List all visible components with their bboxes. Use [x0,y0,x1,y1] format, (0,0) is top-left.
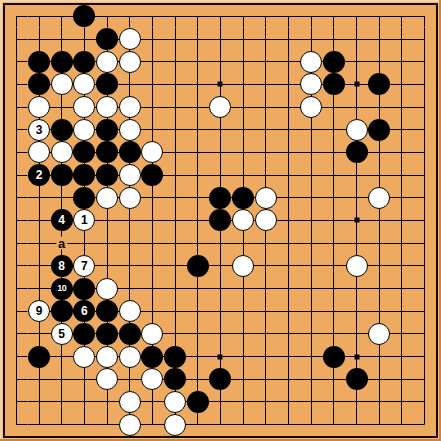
intersection[interactable] [5,277,28,300]
intersection[interactable] [73,5,96,28]
intersection[interactable] [28,277,51,300]
intersection[interactable] [50,391,73,414]
intersection[interactable] [186,413,209,436]
intersection[interactable] [277,164,300,187]
intersection[interactable] [232,164,255,187]
intersection[interactable] [164,5,187,28]
intersection[interactable] [368,164,391,187]
intersection[interactable] [164,413,187,436]
intersection[interactable] [300,73,323,96]
intersection[interactable] [391,96,414,119]
intersection[interactable] [345,186,368,209]
intersection[interactable] [164,232,187,255]
intersection[interactable] [391,277,414,300]
intersection[interactable] [255,73,278,96]
intersection[interactable] [255,413,278,436]
intersection[interactable] [232,50,255,73]
intersection[interactable] [255,141,278,164]
intersection[interactable] [323,164,346,187]
intersection[interactable] [96,255,119,278]
intersection[interactable] [323,141,346,164]
intersection[interactable] [413,5,436,28]
intersection[interactable] [413,209,436,232]
intersection[interactable] [391,232,414,255]
intersection[interactable] [96,232,119,255]
intersection[interactable] [345,300,368,323]
intersection[interactable] [141,118,164,141]
intersection[interactable] [345,118,368,141]
intersection[interactable] [28,323,51,346]
intersection[interactable] [5,28,28,51]
intersection[interactable] [209,73,232,96]
intersection[interactable] [232,413,255,436]
intersection[interactable] [277,141,300,164]
intersection[interactable] [164,345,187,368]
intersection[interactable] [368,73,391,96]
intersection[interactable] [345,209,368,232]
intersection[interactable] [368,300,391,323]
intersection[interactable] [73,164,96,187]
intersection[interactable] [28,186,51,209]
intersection[interactable] [164,73,187,96]
intersection[interactable] [368,118,391,141]
intersection[interactable] [141,5,164,28]
intersection[interactable] [232,73,255,96]
intersection[interactable] [28,50,51,73]
intersection[interactable] [186,96,209,119]
intersection[interactable] [345,255,368,278]
intersection[interactable] [164,96,187,119]
intersection[interactable] [345,391,368,414]
intersection[interactable] [255,232,278,255]
intersection[interactable] [300,118,323,141]
intersection[interactable] [118,277,141,300]
intersection[interactable] [391,413,414,436]
intersection[interactable] [50,300,73,323]
intersection[interactable] [345,345,368,368]
intersection[interactable] [50,28,73,51]
intersection[interactable] [368,50,391,73]
intersection[interactable] [118,118,141,141]
intersection[interactable] [73,118,96,141]
intersection[interactable] [391,50,414,73]
intersection[interactable] [345,141,368,164]
intersection[interactable] [277,232,300,255]
intersection[interactable] [413,164,436,187]
intersection[interactable] [73,73,96,96]
intersection[interactable] [28,345,51,368]
intersection[interactable] [277,300,300,323]
intersection[interactable] [323,232,346,255]
intersection[interactable]: 10 [50,277,73,300]
intersection[interactable] [391,255,414,278]
intersection[interactable] [73,186,96,209]
intersection[interactable] [209,323,232,346]
intersection[interactable] [209,232,232,255]
intersection[interactable] [73,323,96,346]
intersection[interactable] [255,209,278,232]
intersection[interactable] [255,277,278,300]
intersection[interactable] [413,50,436,73]
intersection[interactable] [96,164,119,187]
intersection[interactable] [96,277,119,300]
intersection[interactable] [5,232,28,255]
intersection[interactable] [232,391,255,414]
intersection[interactable] [323,96,346,119]
intersection[interactable] [277,391,300,414]
intersection[interactable] [50,96,73,119]
intersection[interactable] [209,5,232,28]
intersection[interactable] [391,323,414,346]
intersection[interactable] [50,345,73,368]
intersection[interactable] [232,118,255,141]
intersection[interactable] [323,391,346,414]
intersection[interactable] [368,277,391,300]
intersection[interactable] [255,323,278,346]
intersection[interactable] [5,413,28,436]
intersection[interactable] [209,368,232,391]
intersection[interactable] [96,96,119,119]
intersection[interactable] [277,50,300,73]
intersection[interactable] [141,413,164,436]
intersection[interactable]: 3 [28,118,51,141]
intersection[interactable] [300,141,323,164]
intersection[interactable] [73,28,96,51]
intersection[interactable] [164,164,187,187]
intersection[interactable] [277,277,300,300]
intersection[interactable] [323,118,346,141]
intersection[interactable] [345,96,368,119]
intersection[interactable] [96,413,119,436]
intersection[interactable] [209,413,232,436]
intersection[interactable] [300,255,323,278]
intersection[interactable] [255,345,278,368]
intersection[interactable] [255,300,278,323]
intersection[interactable] [413,186,436,209]
intersection[interactable] [300,368,323,391]
intersection[interactable] [164,255,187,278]
intersection[interactable] [73,345,96,368]
intersection[interactable] [186,186,209,209]
intersection[interactable] [323,209,346,232]
intersection[interactable] [118,209,141,232]
intersection[interactable] [255,164,278,187]
intersection[interactable] [73,413,96,436]
intersection[interactable] [141,300,164,323]
intersection[interactable] [164,118,187,141]
intersection[interactable] [73,50,96,73]
intersection[interactable] [323,323,346,346]
intersection[interactable] [28,28,51,51]
intersection[interactable] [391,391,414,414]
intersection[interactable]: a [50,232,73,255]
intersection[interactable] [413,96,436,119]
intersection[interactable] [323,368,346,391]
intersection[interactable] [345,5,368,28]
intersection[interactable] [232,300,255,323]
intersection[interactable] [209,186,232,209]
intersection[interactable] [209,141,232,164]
intersection[interactable] [5,186,28,209]
intersection[interactable] [5,209,28,232]
intersection[interactable] [368,391,391,414]
intersection[interactable] [96,50,119,73]
intersection[interactable] [5,391,28,414]
intersection[interactable] [232,255,255,278]
intersection[interactable] [323,277,346,300]
intersection[interactable] [164,50,187,73]
intersection[interactable] [413,277,436,300]
intersection[interactable] [28,5,51,28]
intersection[interactable] [255,255,278,278]
intersection[interactable] [141,73,164,96]
intersection[interactable] [164,277,187,300]
intersection[interactable] [5,118,28,141]
intersection[interactable] [255,50,278,73]
intersection[interactable] [323,186,346,209]
intersection[interactable] [232,345,255,368]
intersection[interactable] [345,28,368,51]
intersection[interactable] [141,368,164,391]
intersection[interactable] [141,232,164,255]
intersection[interactable] [277,255,300,278]
intersection[interactable] [300,164,323,187]
intersection[interactable] [118,141,141,164]
intersection[interactable] [186,164,209,187]
intersection[interactable] [368,28,391,51]
intersection[interactable] [28,255,51,278]
intersection[interactable] [391,300,414,323]
intersection[interactable] [323,345,346,368]
intersection[interactable] [368,5,391,28]
intersection[interactable] [255,5,278,28]
intersection[interactable] [413,391,436,414]
intersection[interactable] [141,164,164,187]
intersection[interactable] [368,255,391,278]
intersection[interactable] [277,368,300,391]
intersection[interactable] [96,300,119,323]
intersection[interactable] [209,345,232,368]
intersection[interactable] [50,413,73,436]
intersection[interactable] [232,186,255,209]
intersection[interactable] [28,368,51,391]
intersection[interactable] [300,277,323,300]
intersection[interactable] [186,300,209,323]
intersection[interactable] [50,5,73,28]
intersection[interactable] [28,141,51,164]
intersection[interactable] [118,232,141,255]
intersection[interactable] [391,164,414,187]
intersection[interactable] [73,368,96,391]
intersection[interactable] [186,345,209,368]
intersection[interactable] [28,96,51,119]
intersection[interactable] [186,368,209,391]
intersection[interactable] [118,186,141,209]
intersection[interactable]: 4 [50,209,73,232]
intersection[interactable] [164,141,187,164]
intersection[interactable] [141,323,164,346]
intersection[interactable] [232,96,255,119]
intersection[interactable] [413,28,436,51]
intersection[interactable] [300,413,323,436]
intersection[interactable] [28,391,51,414]
intersection[interactable] [391,186,414,209]
intersection[interactable] [300,96,323,119]
intersection[interactable] [345,323,368,346]
intersection[interactable] [141,255,164,278]
intersection[interactable] [118,413,141,436]
intersection[interactable] [277,345,300,368]
intersection[interactable] [300,186,323,209]
intersection[interactable] [50,141,73,164]
intersection[interactable] [232,368,255,391]
intersection[interactable] [28,232,51,255]
intersection[interactable] [232,5,255,28]
intersection[interactable] [73,96,96,119]
intersection[interactable] [164,186,187,209]
intersection[interactable] [73,141,96,164]
intersection[interactable] [368,323,391,346]
intersection[interactable] [96,118,119,141]
intersection[interactable] [413,118,436,141]
intersection[interactable] [141,50,164,73]
intersection[interactable] [164,323,187,346]
intersection[interactable] [368,368,391,391]
intersection[interactable] [300,5,323,28]
intersection[interactable] [96,73,119,96]
intersection[interactable] [368,96,391,119]
intersection[interactable] [141,96,164,119]
intersection[interactable] [277,186,300,209]
intersection[interactable] [118,28,141,51]
intersection[interactable] [413,323,436,346]
intersection[interactable] [255,28,278,51]
intersection[interactable] [209,391,232,414]
intersection[interactable] [141,186,164,209]
intersection[interactable] [186,118,209,141]
intersection[interactable] [141,277,164,300]
intersection[interactable] [5,368,28,391]
intersection[interactable] [164,300,187,323]
intersection[interactable] [391,73,414,96]
intersection[interactable] [413,232,436,255]
intersection[interactable] [368,345,391,368]
intersection[interactable] [73,391,96,414]
intersection[interactable] [345,413,368,436]
intersection[interactable] [96,345,119,368]
intersection[interactable]: 9 [28,300,51,323]
intersection[interactable] [232,28,255,51]
intersection[interactable] [323,73,346,96]
intersection[interactable] [96,5,119,28]
intersection[interactable] [118,323,141,346]
intersection[interactable] [232,323,255,346]
intersection[interactable] [368,186,391,209]
intersection[interactable] [5,73,28,96]
intersection[interactable] [5,141,28,164]
intersection[interactable] [50,368,73,391]
intersection[interactable]: 2 [28,164,51,187]
intersection[interactable] [209,255,232,278]
intersection[interactable] [5,164,28,187]
intersection[interactable] [413,141,436,164]
intersection[interactable] [232,232,255,255]
intersection[interactable] [209,28,232,51]
intersection[interactable] [5,5,28,28]
intersection[interactable] [391,5,414,28]
intersection[interactable] [164,28,187,51]
intersection[interactable] [96,209,119,232]
intersection[interactable] [5,255,28,278]
intersection[interactable] [186,209,209,232]
intersection[interactable] [118,368,141,391]
intersection[interactable] [413,345,436,368]
intersection[interactable] [232,209,255,232]
intersection[interactable] [141,391,164,414]
intersection[interactable] [186,255,209,278]
intersection[interactable] [141,345,164,368]
intersection[interactable] [186,50,209,73]
intersection[interactable] [28,413,51,436]
intersection[interactable] [277,96,300,119]
intersection[interactable] [141,28,164,51]
intersection[interactable] [50,73,73,96]
intersection[interactable] [73,232,96,255]
intersection[interactable] [413,413,436,436]
intersection[interactable] [73,277,96,300]
intersection[interactable] [345,73,368,96]
intersection[interactable] [391,345,414,368]
intersection[interactable] [209,277,232,300]
intersection[interactable] [96,28,119,51]
intersection[interactable] [300,50,323,73]
intersection[interactable] [118,50,141,73]
intersection[interactable] [368,209,391,232]
intersection[interactable] [118,5,141,28]
intersection[interactable] [209,300,232,323]
intersection[interactable] [300,232,323,255]
intersection[interactable] [323,255,346,278]
intersection[interactable] [345,50,368,73]
intersection[interactable] [345,368,368,391]
intersection[interactable]: 7 [73,255,96,278]
intersection[interactable] [5,50,28,73]
intersection[interactable] [50,164,73,187]
intersection[interactable] [323,50,346,73]
intersection[interactable] [186,391,209,414]
intersection[interactable] [413,73,436,96]
intersection[interactable] [413,368,436,391]
intersection[interactable] [186,277,209,300]
intersection[interactable] [28,73,51,96]
intersection[interactable] [186,323,209,346]
intersection[interactable] [255,186,278,209]
intersection[interactable] [413,300,436,323]
intersection[interactable] [118,96,141,119]
intersection[interactable] [50,118,73,141]
intersection[interactable] [345,232,368,255]
intersection[interactable] [209,164,232,187]
intersection[interactable] [118,255,141,278]
intersection[interactable] [413,255,436,278]
intersection[interactable] [255,96,278,119]
intersection[interactable] [5,323,28,346]
intersection[interactable] [141,141,164,164]
intersection[interactable] [391,28,414,51]
intersection[interactable] [50,50,73,73]
intersection[interactable] [368,232,391,255]
intersection[interactable] [277,73,300,96]
